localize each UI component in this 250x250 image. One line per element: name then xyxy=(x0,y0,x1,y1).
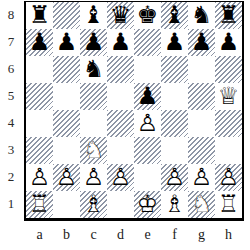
square-e5: ♟ xyxy=(134,83,161,110)
square-e4: ♟♙ xyxy=(134,110,161,137)
square-c2: ♟♙ xyxy=(80,164,107,191)
square-b8 xyxy=(53,2,80,29)
square-g7: ♟ xyxy=(188,29,215,56)
white-king-e1: ♚♔ xyxy=(137,191,159,218)
square-f4 xyxy=(161,110,188,137)
file-label-a: a xyxy=(26,223,53,247)
square-g3 xyxy=(188,137,215,164)
rank-labels: 87654321 xyxy=(0,1,22,217)
file-label-h: h xyxy=(215,223,242,247)
white-knight-c3: ♞♘ xyxy=(83,137,105,164)
white-pawn-d2: ♟♙ xyxy=(110,164,132,191)
square-d3 xyxy=(107,137,134,164)
rank-label-4: 4 xyxy=(0,109,22,136)
square-f3 xyxy=(161,137,188,164)
black-pawn-d7: ♟ xyxy=(110,29,132,56)
square-d1 xyxy=(107,191,134,218)
black-pawn-a7: ♟ xyxy=(29,29,51,56)
square-d8: ♛ xyxy=(107,2,134,29)
square-c1: ♝♗ xyxy=(80,191,107,218)
file-labels: abcdefgh xyxy=(26,223,242,247)
black-pawn-g7: ♟ xyxy=(191,29,213,56)
rank-label-8: 8 xyxy=(0,1,22,28)
square-e1: ♚♔ xyxy=(134,191,161,218)
black-pawn-c7: ♟ xyxy=(83,29,105,56)
white-pawn-c2: ♟♙ xyxy=(83,164,105,191)
square-g8: ♞ xyxy=(188,2,215,29)
square-h7: ♟ xyxy=(215,29,242,56)
white-bishop-f1: ♝♗ xyxy=(164,191,186,218)
square-b2: ♟♙ xyxy=(53,164,80,191)
file-label-d: d xyxy=(107,223,134,247)
rank-label-1: 1 xyxy=(0,190,22,217)
white-pawn-e4: ♟♙ xyxy=(137,110,159,137)
black-rook-h8: ♜ xyxy=(218,2,240,29)
white-rook-h1: ♜♖ xyxy=(218,191,240,218)
rank-label-2: 2 xyxy=(0,163,22,190)
black-pawn-f7: ♟ xyxy=(164,29,186,56)
square-g4 xyxy=(188,110,215,137)
square-f7: ♟ xyxy=(161,29,188,56)
square-g5 xyxy=(188,83,215,110)
white-pawn-b2: ♟♙ xyxy=(56,164,78,191)
square-b6 xyxy=(53,56,80,83)
black-pawn-b7: ♟ xyxy=(56,29,78,56)
square-a6 xyxy=(26,56,53,83)
square-a2: ♟♙ xyxy=(26,164,53,191)
black-rook-a8: ♜ xyxy=(29,2,51,29)
black-bishop-c8: ♝ xyxy=(83,2,105,29)
square-f8: ♝ xyxy=(161,2,188,29)
square-f5 xyxy=(161,83,188,110)
white-pawn-a2: ♟♙ xyxy=(29,164,51,191)
white-queen-h5: ♛♕ xyxy=(218,83,240,110)
square-b5 xyxy=(53,83,80,110)
square-c6: ♞ xyxy=(80,56,107,83)
rank-label-7: 7 xyxy=(0,28,22,55)
square-h2: ♟♙ xyxy=(215,164,242,191)
square-h3 xyxy=(215,137,242,164)
square-a3 xyxy=(26,137,53,164)
rank-label-3: 3 xyxy=(0,136,22,163)
square-b1 xyxy=(53,191,80,218)
white-pawn-g2: ♟♙ xyxy=(191,164,213,191)
square-h4 xyxy=(215,110,242,137)
square-b4 xyxy=(53,110,80,137)
white-pawn-h2: ♟♙ xyxy=(218,164,240,191)
square-d4 xyxy=(107,110,134,137)
square-d2: ♟♙ xyxy=(107,164,134,191)
black-bishop-f8: ♝ xyxy=(164,2,186,29)
square-e6 xyxy=(134,56,161,83)
black-knight-c6: ♞ xyxy=(83,56,105,83)
rank-label-5: 5 xyxy=(0,82,22,109)
square-d6 xyxy=(107,56,134,83)
white-knight-g1: ♞♘ xyxy=(191,191,213,218)
square-b3 xyxy=(53,137,80,164)
square-e7 xyxy=(134,29,161,56)
file-label-e: e xyxy=(134,223,161,247)
square-f1: ♝♗ xyxy=(161,191,188,218)
white-rook-a1: ♜♖ xyxy=(29,191,51,218)
square-h5: ♛♕ xyxy=(215,83,242,110)
square-c5 xyxy=(80,83,107,110)
black-king-e8: ♚ xyxy=(137,2,159,29)
file-label-c: c xyxy=(80,223,107,247)
square-a7: ♟ xyxy=(26,29,53,56)
square-c7: ♟ xyxy=(80,29,107,56)
black-pawn-e5: ♟ xyxy=(137,83,159,110)
square-a8: ♜ xyxy=(26,2,53,29)
square-e3 xyxy=(134,137,161,164)
chess-board: ♜♝♛♚♝♞♜♟♟♟♟♟♟♟♞♟♛♕♟♙♞♘♟♙♟♙♟♙♟♙♟♙♟♙♟♙♜♖♝♗… xyxy=(24,1,244,221)
square-c8: ♝ xyxy=(80,2,107,29)
square-g6 xyxy=(188,56,215,83)
square-c4 xyxy=(80,110,107,137)
square-f6 xyxy=(161,56,188,83)
white-pawn-f2: ♟♙ xyxy=(164,164,186,191)
square-a5 xyxy=(26,83,53,110)
square-b7: ♟ xyxy=(53,29,80,56)
rank-label-6: 6 xyxy=(0,55,22,82)
square-g1: ♞♘ xyxy=(188,191,215,218)
chess-diagram: 87654321 ♜♝♛♚♝♞♜♟♟♟♟♟♟♟♞♟♛♕♟♙♞♘♟♙♟♙♟♙♟♙♟… xyxy=(0,0,250,250)
square-e8: ♚ xyxy=(134,2,161,29)
black-queen-d8: ♛ xyxy=(110,2,132,29)
square-h6 xyxy=(215,56,242,83)
square-g2: ♟♙ xyxy=(188,164,215,191)
file-label-g: g xyxy=(188,223,215,247)
white-bishop-c1: ♝♗ xyxy=(83,191,105,218)
square-d5 xyxy=(107,83,134,110)
square-e2 xyxy=(134,164,161,191)
square-h8: ♜ xyxy=(215,2,242,29)
file-label-f: f xyxy=(161,223,188,247)
black-knight-g8: ♞ xyxy=(191,2,213,29)
black-pawn-h7: ♟ xyxy=(218,29,240,56)
square-a4 xyxy=(26,110,53,137)
square-h1: ♜♖ xyxy=(215,191,242,218)
square-a1: ♜♖ xyxy=(26,191,53,218)
square-d7: ♟ xyxy=(107,29,134,56)
square-f2: ♟♙ xyxy=(161,164,188,191)
square-c3: ♞♘ xyxy=(80,137,107,164)
file-label-b: b xyxy=(53,223,80,247)
